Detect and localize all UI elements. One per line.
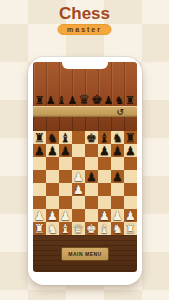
square-h6[interactable] (124, 157, 137, 170)
decor-piece: ♝ (57, 95, 67, 106)
square-a7[interactable]: ♟ (33, 144, 46, 157)
square-c8[interactable]: ♝ (59, 131, 72, 144)
black-pawn-piece: ♟ (125, 145, 136, 157)
main-menu-button[interactable]: MAIN MENU (61, 247, 108, 261)
black-rook-piece: ♜ (34, 132, 45, 144)
phone-notch (62, 61, 108, 69)
square-a5[interactable] (33, 170, 46, 183)
white-bishop-piece: ♝ (99, 223, 110, 235)
white-knight-piece: ♞ (112, 223, 123, 235)
decor-piece: ♟ (67, 95, 77, 106)
decor-piece: ♞ (114, 95, 124, 106)
square-b4[interactable] (46, 183, 59, 196)
white-pawn-piece: ♟ (34, 210, 45, 222)
square-f6[interactable] (98, 157, 111, 170)
square-h5[interactable] (124, 170, 137, 183)
square-f1[interactable]: ♝ (98, 222, 111, 235)
wood-band (33, 117, 137, 131)
white-queen-piece: ♛ (73, 223, 84, 235)
black-pawn-piece: ♟ (112, 171, 123, 183)
square-e1[interactable]: ♚ (85, 222, 98, 235)
square-g2[interactable]: ♟ (111, 209, 124, 222)
square-e7[interactable] (85, 144, 98, 157)
square-b7[interactable]: ♟ (46, 144, 59, 157)
square-g1[interactable]: ♞ (111, 222, 124, 235)
square-g3[interactable] (111, 196, 124, 209)
white-knight-piece: ♞ (47, 223, 58, 235)
black-rook-piece: ♜ (125, 132, 136, 144)
square-d5[interactable]: ♟ (72, 170, 85, 183)
square-c2[interactable]: ♟ (59, 209, 72, 222)
white-bishop-piece: ♝ (60, 223, 71, 235)
decor-piece: ♚ (91, 93, 103, 106)
app-title: Chess (0, 4, 169, 24)
white-pawn-piece: ♟ (73, 184, 84, 196)
square-c3[interactable] (59, 196, 72, 209)
square-g5[interactable]: ♟ (111, 170, 124, 183)
app-background: Chess master ♜♟♝♟♛♚♟♞♜ ↺ ♜♞♝♚♝♞♜♟♟♟♟♟♟♟♟… (0, 0, 169, 300)
square-e5[interactable]: ♟ (85, 170, 98, 183)
decor-piece: ♛ (78, 93, 90, 106)
square-d3[interactable] (72, 196, 85, 209)
square-c6[interactable] (59, 157, 72, 170)
decor-pieces-row: ♜♟♝♟♛♚♟♞♜ (33, 93, 137, 106)
square-e6[interactable] (85, 157, 98, 170)
white-king-piece: ♚ (86, 223, 97, 235)
decor-piece: ♟ (104, 95, 114, 106)
square-f7[interactable]: ♟ (98, 144, 111, 157)
black-knight-piece: ♞ (47, 132, 58, 144)
white-rook-piece: ♜ (125, 223, 136, 235)
square-a2[interactable]: ♟ (33, 209, 46, 222)
black-pawn-piece: ♟ (47, 145, 58, 157)
square-b3[interactable] (46, 196, 59, 209)
white-pawn-piece: ♟ (73, 171, 84, 183)
square-e3[interactable] (85, 196, 98, 209)
square-g4[interactable] (111, 183, 124, 196)
square-b5[interactable] (46, 170, 59, 183)
square-c5[interactable] (59, 170, 72, 183)
white-rook-piece: ♜ (34, 223, 45, 235)
square-h8[interactable]: ♜ (124, 131, 137, 144)
square-f2[interactable]: ♟ (98, 209, 111, 222)
square-f8[interactable]: ♝ (98, 131, 111, 144)
square-h4[interactable] (124, 183, 137, 196)
white-pawn-piece: ♟ (112, 210, 123, 222)
black-pawn-piece: ♟ (34, 145, 45, 157)
square-f5[interactable] (98, 170, 111, 183)
square-h1[interactable]: ♜ (124, 222, 137, 235)
black-pawn-piece: ♟ (112, 145, 123, 157)
square-a3[interactable] (33, 196, 46, 209)
square-a4[interactable] (33, 183, 46, 196)
square-e2[interactable] (85, 209, 98, 222)
square-f3[interactable] (98, 196, 111, 209)
square-b6[interactable] (46, 157, 59, 170)
black-pawn-piece: ♟ (86, 171, 97, 183)
square-d8[interactable] (72, 131, 85, 144)
square-d7[interactable] (72, 144, 85, 157)
undo-icon[interactable]: ↺ (116, 107, 124, 117)
square-c1[interactable]: ♝ (59, 222, 72, 235)
decor-piece: ♟ (46, 95, 56, 106)
square-h7[interactable]: ♟ (124, 144, 137, 157)
phone-frame: ♜♟♝♟♛♚♟♞♜ ↺ ♜♞♝♚♝♞♜♟♟♟♟♟♟♟♟♟♟♟♟♟♟♟♟♜♞♝♛♚… (28, 57, 142, 285)
white-pawn-piece: ♟ (60, 210, 71, 222)
square-h3[interactable] (124, 196, 137, 209)
decor-piece: ♜ (125, 95, 135, 106)
square-e8[interactable]: ♚ (85, 131, 98, 144)
square-h2[interactable]: ♟ (124, 209, 137, 222)
app-subtitle-badge: master (57, 24, 112, 35)
square-b1[interactable]: ♞ (46, 222, 59, 235)
square-a6[interactable] (33, 157, 46, 170)
square-a1[interactable]: ♜ (33, 222, 46, 235)
bottom-wood-panel: MAIN MENU (33, 235, 137, 272)
phone-screen: ♜♟♝♟♛♚♟♞♜ ↺ ♜♞♝♚♝♞♜♟♟♟♟♟♟♟♟♟♟♟♟♟♟♟♟♜♞♝♛♚… (33, 62, 137, 272)
black-king-piece: ♚ (86, 132, 97, 144)
white-pawn-piece: ♟ (47, 210, 58, 222)
black-bishop-piece: ♝ (60, 132, 71, 144)
square-d1[interactable]: ♛ (72, 222, 85, 235)
black-pawn-piece: ♟ (60, 145, 71, 157)
square-g8[interactable]: ♞ (111, 131, 124, 144)
black-bishop-piece: ♝ (99, 132, 110, 144)
square-a8[interactable]: ♜ (33, 131, 46, 144)
square-d4[interactable]: ♟ (72, 183, 85, 196)
white-pawn-piece: ♟ (99, 210, 110, 222)
square-b8[interactable]: ♞ (46, 131, 59, 144)
square-c4[interactable] (59, 183, 72, 196)
square-b2[interactable]: ♟ (46, 209, 59, 222)
square-c7[interactable]: ♟ (59, 144, 72, 157)
decor-piece: ♜ (35, 95, 45, 106)
square-f4[interactable] (98, 183, 111, 196)
square-g6[interactable] (111, 157, 124, 170)
chess-board[interactable]: ♜♞♝♚♝♞♜♟♟♟♟♟♟♟♟♟♟♟♟♟♟♟♟♜♞♝♛♚♝♞♜ (33, 131, 137, 235)
square-d2[interactable] (72, 209, 85, 222)
square-d6[interactable] (72, 157, 85, 170)
square-e4[interactable] (85, 183, 98, 196)
white-pawn-piece: ♟ (125, 210, 136, 222)
square-g7[interactable]: ♟ (111, 144, 124, 157)
black-pawn-piece: ♟ (99, 145, 110, 157)
black-knight-piece: ♞ (112, 132, 123, 144)
toolbar-strip: ↺ (33, 106, 137, 117)
